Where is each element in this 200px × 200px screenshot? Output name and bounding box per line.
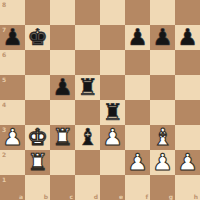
piece-white-pawn[interactable]: ♟ [125,150,150,175]
square-d8[interactable] [75,0,100,25]
rank-label-5: 5 [2,76,6,83]
square-g5[interactable] [150,75,175,100]
piece-white-pawn[interactable]: ♟ [0,125,25,150]
square-h8[interactable] [175,0,200,25]
square-a4[interactable]: 4 [0,100,25,125]
square-c6[interactable] [50,50,75,75]
square-d5[interactable]: ♜ [75,75,100,100]
file-label-c: c [69,193,73,200]
square-f4[interactable] [125,100,150,125]
square-a7[interactable]: 7♟ [0,25,25,50]
square-h2[interactable]: ♟ [175,150,200,175]
piece-black-pawn[interactable]: ♟ [50,75,75,100]
file-label-e: e [119,193,123,200]
piece-white-bishop[interactable]: ♝ [150,125,175,150]
rank-label-6: 6 [2,51,6,58]
square-f2[interactable]: ♟ [125,150,150,175]
square-d1[interactable]: d [75,175,100,200]
square-g2[interactable]: ♟ [150,150,175,175]
square-c5[interactable]: ♟ [50,75,75,100]
piece-black-pawn[interactable]: ♟ [125,25,150,50]
file-label-a: a [19,193,23,200]
square-a6[interactable]: 6 [0,50,25,75]
square-g6[interactable] [150,50,175,75]
square-a2[interactable]: 2 [0,150,25,175]
piece-black-rook[interactable]: ♜ [75,75,100,100]
piece-black-pawn[interactable]: ♟ [0,25,25,50]
square-h1[interactable]: h [175,175,200,200]
square-b6[interactable] [25,50,50,75]
square-f1[interactable]: f [125,175,150,200]
square-e4[interactable]: ♜ [100,100,125,125]
chess-board: 87♟♚♟♟♟65♟♜4♜3♟♚♜♝♟♝2♜♟♟♟1abcdefgh [0,0,200,200]
square-a8[interactable]: 8 [0,0,25,25]
file-label-b: b [44,193,48,200]
square-f8[interactable] [125,0,150,25]
piece-black-pawn[interactable]: ♟ [150,25,175,50]
square-b4[interactable] [25,100,50,125]
square-e2[interactable] [100,150,125,175]
square-g8[interactable] [150,0,175,25]
square-b8[interactable] [25,0,50,25]
square-d7[interactable] [75,25,100,50]
square-d2[interactable] [75,150,100,175]
square-f3[interactable] [125,125,150,150]
square-f6[interactable] [125,50,150,75]
square-e7[interactable] [100,25,125,50]
square-e1[interactable]: e [100,175,125,200]
square-f5[interactable] [125,75,150,100]
square-e3[interactable]: ♟ [100,125,125,150]
square-b5[interactable] [25,75,50,100]
piece-white-pawn[interactable]: ♟ [150,150,175,175]
file-label-g: g [169,193,173,200]
square-d3[interactable]: ♝ [75,125,100,150]
file-label-f: f [145,193,148,200]
square-a3[interactable]: 3♟ [0,125,25,150]
rank-label-4: 4 [2,101,6,108]
square-f7[interactable]: ♟ [125,25,150,50]
piece-black-bishop[interactable]: ♝ [75,125,100,150]
rank-label-1: 1 [2,176,6,183]
square-a5[interactable]: 5 [0,75,25,100]
file-label-d: d [94,193,98,200]
piece-black-king[interactable]: ♚ [25,25,50,50]
square-c3[interactable]: ♜ [50,125,75,150]
square-d4[interactable] [75,100,100,125]
piece-black-rook[interactable]: ♜ [100,100,125,125]
square-e5[interactable] [100,75,125,100]
piece-white-rook[interactable]: ♜ [50,125,75,150]
square-h5[interactable] [175,75,200,100]
square-b3[interactable]: ♚ [25,125,50,150]
square-c2[interactable] [50,150,75,175]
square-c1[interactable]: c [50,175,75,200]
square-h4[interactable] [175,100,200,125]
rank-label-2: 2 [2,151,6,158]
piece-white-rook[interactable]: ♜ [25,150,50,175]
square-b7[interactable]: ♚ [25,25,50,50]
rank-label-8: 8 [2,1,6,8]
square-h3[interactable] [175,125,200,150]
piece-white-pawn[interactable]: ♟ [100,125,125,150]
piece-white-pawn[interactable]: ♟ [175,150,200,175]
square-c7[interactable] [50,25,75,50]
square-h6[interactable] [175,50,200,75]
square-b2[interactable]: ♜ [25,150,50,175]
square-e6[interactable] [100,50,125,75]
square-h7[interactable]: ♟ [175,25,200,50]
square-e8[interactable] [100,0,125,25]
square-b1[interactable]: b [25,175,50,200]
piece-white-king[interactable]: ♚ [25,125,50,150]
file-label-h: h [194,193,198,200]
square-c4[interactable] [50,100,75,125]
piece-black-pawn[interactable]: ♟ [175,25,200,50]
square-g3[interactable]: ♝ [150,125,175,150]
square-g1[interactable]: g [150,175,175,200]
square-g4[interactable] [150,100,175,125]
square-a1[interactable]: 1a [0,175,25,200]
square-g7[interactable]: ♟ [150,25,175,50]
square-c8[interactable] [50,0,75,25]
square-d6[interactable] [75,50,100,75]
